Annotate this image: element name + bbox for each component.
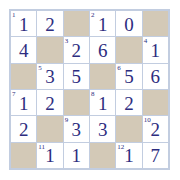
- cell-digit: 1: [124, 145, 134, 165]
- clue-number-7: 7: [12, 90, 16, 98]
- block-cell-r1c6: [143, 11, 168, 36]
- block-cell-r2c2: [37, 37, 62, 62]
- cell-digit: 5: [72, 66, 82, 86]
- clue-number-4: 4: [144, 37, 148, 45]
- cell-digit: 4: [19, 40, 29, 60]
- clue-number-11: 11: [38, 143, 45, 151]
- clue-number-5: 5: [38, 64, 42, 72]
- cell-digit: 2: [124, 93, 134, 113]
- clue-number-10: 10: [144, 116, 151, 124]
- block-cell-r3c1: [11, 64, 36, 89]
- entry-cell-r5c3[interactable]: 93: [64, 116, 89, 141]
- cell-digit: 3: [72, 119, 82, 139]
- block-cell-r1c3: [64, 11, 89, 36]
- entry-cell-r5c4[interactable]: 3: [90, 116, 115, 141]
- clue-number-6: 6: [117, 64, 121, 72]
- clue-number-2: 2: [91, 11, 95, 19]
- cell-digit: 1: [45, 145, 55, 165]
- cell-digit: 1: [19, 93, 29, 113]
- block-cell-r6c4: [90, 143, 115, 168]
- entry-cell-r5c1[interactable]: 2: [11, 116, 36, 141]
- clue-number-8: 8: [91, 90, 95, 98]
- block-cell-r5c2: [37, 116, 62, 141]
- entry-cell-r1c2[interactable]: 2: [37, 11, 62, 36]
- entry-cell-r3c6[interactable]: 6: [143, 64, 168, 89]
- block-cell-r6c1: [11, 143, 36, 168]
- cell-digit: 0: [124, 14, 134, 34]
- cell-digit: 3: [45, 66, 55, 86]
- cell-digit: 7: [151, 145, 161, 165]
- cell-digit: 6: [98, 40, 108, 60]
- entry-cell-r2c3[interactable]: 32: [64, 37, 89, 62]
- entry-cell-r4c4[interactable]: 81: [90, 90, 115, 115]
- cell-digit: 1: [151, 40, 161, 60]
- block-cell-r5c5: [116, 116, 141, 141]
- entry-cell-r4c2[interactable]: 2: [37, 90, 62, 115]
- entry-cell-r2c6[interactable]: 41: [143, 37, 168, 62]
- entry-cell-r3c2[interactable]: 53: [37, 64, 62, 89]
- cell-digit: 2: [151, 119, 161, 139]
- entry-cell-r2c4[interactable]: 6: [90, 37, 115, 62]
- entry-cell-r3c5[interactable]: 65: [116, 64, 141, 89]
- cell-digit: 6: [151, 66, 161, 86]
- clue-number-12: 12: [117, 143, 124, 151]
- entry-cell-r6c5[interactable]: 121: [116, 143, 141, 168]
- entry-cell-r6c2[interactable]: 111: [37, 143, 62, 168]
- clue-number-3: 3: [65, 37, 69, 45]
- cell-digit: 2: [72, 40, 82, 60]
- entry-cell-r1c4[interactable]: 21: [90, 11, 115, 36]
- cell-digit: 2: [45, 14, 55, 34]
- cell-digit: 1: [19, 14, 29, 34]
- block-cell-r4c3: [64, 90, 89, 115]
- cell-digit: 5: [124, 66, 134, 86]
- cell-digit: 1: [98, 93, 108, 113]
- cell-digit: 3: [98, 119, 108, 139]
- entry-cell-r1c5[interactable]: 0: [116, 11, 141, 36]
- entry-cell-r4c5[interactable]: 2: [116, 90, 141, 115]
- clue-number-9: 9: [65, 116, 69, 124]
- cell-digit: 2: [19, 119, 29, 139]
- crossnumber-board: 112210432641535656712812293310211111217: [9, 9, 170, 170]
- cell-digit: 2: [45, 93, 55, 113]
- entry-cell-r4c1[interactable]: 71: [11, 90, 36, 115]
- block-cell-r4c6: [143, 90, 168, 115]
- clue-number-1: 1: [12, 11, 16, 19]
- block-cell-r2c5: [116, 37, 141, 62]
- block-cell-r3c4: [90, 64, 115, 89]
- entry-cell-r5c6[interactable]: 102: [143, 116, 168, 141]
- entry-cell-r1c1[interactable]: 11: [11, 11, 36, 36]
- entry-cell-r2c1[interactable]: 4: [11, 37, 36, 62]
- entry-cell-r6c6[interactable]: 7: [143, 143, 168, 168]
- entry-cell-r3c3[interactable]: 5: [64, 64, 89, 89]
- cell-digit: 1: [98, 14, 108, 34]
- entry-cell-r6c3[interactable]: 1: [64, 143, 89, 168]
- cell-digit: 1: [72, 145, 82, 165]
